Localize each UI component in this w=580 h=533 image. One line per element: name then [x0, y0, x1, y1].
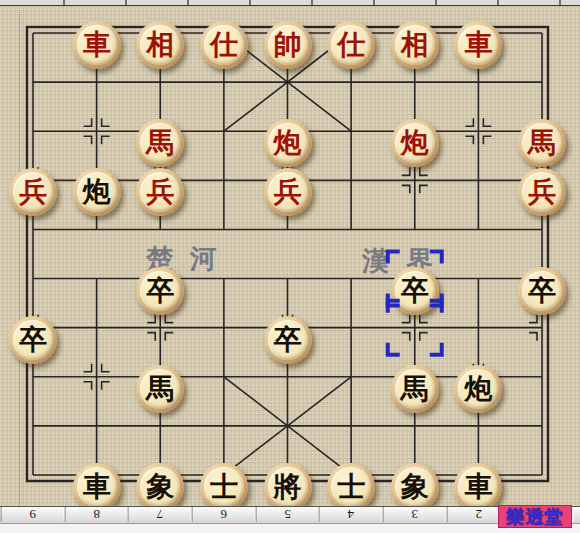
board-grid: 楚河 漢界	[0, 6, 580, 506]
file-label: 8	[65, 507, 129, 522]
piece-black-soldier[interactable]: 卒	[136, 267, 184, 315]
file-label: 5	[256, 507, 320, 522]
piece-black-horse[interactable]: 馬	[136, 365, 184, 413]
piece-glyph: 兵	[19, 178, 47, 206]
file-label: 6	[192, 507, 256, 522]
app-window: 楚河 漢界 車相仕帥仕相車馬炮炮馬兵炮兵兵兵卒卒卒卒卒馬馬炮車象士將士象車 98…	[0, 0, 580, 533]
file-label: 3	[383, 507, 447, 522]
piece-red-elephant[interactable]: 相	[136, 21, 184, 69]
piece-black-advisor[interactable]: 士	[327, 463, 375, 511]
piece-glyph: 仕	[337, 31, 365, 59]
piece-glyph: 兵	[274, 178, 302, 206]
piece-glyph: 車	[464, 473, 492, 501]
piece-glyph: 炮	[83, 178, 111, 206]
piece-black-elephant[interactable]: 象	[136, 463, 184, 511]
watermark-badge: 樂透堂	[498, 505, 572, 528]
piece-black-soldier[interactable]: 卒	[264, 316, 312, 364]
piece-glyph: 車	[464, 31, 492, 59]
piece-glyph: 卒	[401, 277, 429, 305]
piece-glyph: 卒	[274, 326, 302, 354]
piece-glyph: 兵	[528, 178, 556, 206]
piece-glyph: 卒	[146, 277, 174, 305]
piece-glyph: 兵	[146, 178, 174, 206]
piece-red-cannon[interactable]: 炮	[264, 119, 312, 167]
file-label: 4	[319, 507, 383, 522]
piece-glyph: 將	[274, 473, 302, 501]
piece-black-chariot[interactable]: 車	[73, 463, 121, 511]
piece-glyph: 馬	[146, 129, 174, 157]
piece-red-advisor[interactable]: 仕	[327, 21, 375, 69]
piece-black-cannon[interactable]: 炮	[73, 168, 121, 216]
piece-black-horse[interactable]: 馬	[391, 365, 439, 413]
file-label: 9	[1, 507, 65, 522]
piece-glyph: 炮	[401, 129, 429, 157]
piece-glyph: 仕	[210, 31, 238, 59]
piece-red-chariot[interactable]: 車	[73, 21, 121, 69]
piece-glyph: 相	[146, 31, 174, 59]
file-number-strip: 987654321	[0, 506, 580, 524]
piece-red-soldier[interactable]: 兵	[9, 168, 57, 216]
piece-red-advisor[interactable]: 仕	[200, 21, 248, 69]
piece-glyph: 象	[401, 473, 429, 501]
piece-glyph: 帥	[274, 31, 302, 59]
piece-glyph: 炮	[464, 375, 492, 403]
piece-red-cannon[interactable]: 炮	[391, 119, 439, 167]
piece-glyph: 車	[83, 473, 111, 501]
piece-red-horse[interactable]: 馬	[518, 119, 566, 167]
piece-glyph: 炮	[274, 129, 302, 157]
piece-black-general[interactable]: 將	[264, 463, 312, 511]
piece-red-general[interactable]: 帥	[264, 21, 312, 69]
bottom-filler	[0, 523, 580, 533]
piece-glyph: 卒	[19, 326, 47, 354]
piece-black-advisor[interactable]: 士	[200, 463, 248, 511]
piece-glyph: 車	[83, 31, 111, 59]
piece-glyph: 馬	[146, 375, 174, 403]
file-label: 7	[128, 507, 192, 522]
piece-red-soldier[interactable]: 兵	[264, 168, 312, 216]
piece-glyph: 士	[337, 473, 365, 501]
piece-glyph: 象	[146, 473, 174, 501]
piece-glyph: 馬	[528, 129, 556, 157]
piece-glyph: 相	[401, 31, 429, 59]
piece-glyph: 士	[210, 473, 238, 501]
piece-black-cannon[interactable]: 炮	[454, 365, 502, 413]
piece-red-soldier[interactable]: 兵	[518, 168, 566, 216]
piece-glyph: 馬	[401, 375, 429, 403]
piece-red-elephant[interactable]: 相	[391, 21, 439, 69]
piece-glyph: 卒	[528, 277, 556, 305]
piece-black-soldier[interactable]: 卒	[391, 267, 439, 315]
xiangqi-board: 楚河 漢界 車相仕帥仕相車馬炮炮馬兵炮兵兵兵卒卒卒卒卒馬馬炮車象士將士象車	[0, 6, 580, 506]
piece-black-elephant[interactable]: 象	[391, 463, 439, 511]
piece-black-soldier[interactable]: 卒	[9, 316, 57, 364]
piece-black-soldier[interactable]: 卒	[518, 267, 566, 315]
